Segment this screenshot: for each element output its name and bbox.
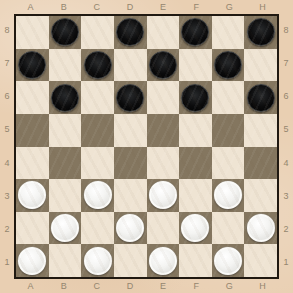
square-d8[interactable] [114,16,147,49]
file-label-bottom-c: C [80,279,113,293]
black-man-h8[interactable] [247,18,275,46]
square-a2[interactable] [16,212,49,245]
rank-label-right-2: 2 [279,213,293,246]
square-d3[interactable] [114,179,147,212]
square-b4[interactable] [49,147,82,180]
square-f5[interactable] [179,114,212,147]
square-e3[interactable] [147,179,180,212]
black-man-d8[interactable] [116,18,144,46]
square-a1[interactable] [16,244,49,277]
black-man-g7[interactable] [214,51,242,79]
square-g4[interactable] [212,147,245,180]
black-man-d6[interactable] [116,84,144,112]
file-labels-bottom: ABCDEFGH [14,279,279,293]
file-label-top-d: D [113,0,146,14]
file-label-top-e: E [147,0,180,14]
rank-label-left-3: 3 [0,180,14,213]
rank-label-left-8: 8 [0,14,14,47]
square-e2[interactable] [147,212,180,245]
rank-labels-right: 87654321 [279,14,293,279]
square-f2[interactable] [179,212,212,245]
square-f8[interactable] [179,16,212,49]
square-h3[interactable] [244,179,277,212]
rank-label-right-1: 1 [279,246,293,279]
square-d7[interactable] [114,49,147,82]
square-b1[interactable] [49,244,82,277]
square-d6[interactable] [114,81,147,114]
rank-label-left-6: 6 [0,80,14,113]
square-h8[interactable] [244,16,277,49]
square-c7[interactable] [81,49,114,82]
white-man-e3[interactable] [149,181,177,209]
rank-label-left-1: 1 [0,246,14,279]
square-e4[interactable] [147,147,180,180]
square-b3[interactable] [49,179,82,212]
file-label-bottom-h: H [246,279,279,293]
white-man-e1[interactable] [149,247,177,275]
file-label-top-b: B [47,0,80,14]
square-a3[interactable] [16,179,49,212]
square-e6[interactable] [147,81,180,114]
square-a5[interactable] [16,114,49,147]
square-a7[interactable] [16,49,49,82]
square-b8[interactable] [49,16,82,49]
rank-label-left-2: 2 [0,213,14,246]
square-d1[interactable] [114,244,147,277]
square-g7[interactable] [212,49,245,82]
board [14,14,279,279]
square-b6[interactable] [49,81,82,114]
file-label-top-a: A [14,0,47,14]
square-b5[interactable] [49,114,82,147]
square-c3[interactable] [81,179,114,212]
square-h1[interactable] [244,244,277,277]
file-labels-top: ABCDEFGH [14,0,279,14]
rank-label-right-4: 4 [279,147,293,180]
white-man-a3[interactable] [18,181,46,209]
file-label-bottom-d: D [113,279,146,293]
black-man-c7[interactable] [84,51,112,79]
white-man-h2[interactable] [247,214,275,242]
file-label-top-g: G [213,0,246,14]
square-e7[interactable] [147,49,180,82]
rank-label-right-6: 6 [279,80,293,113]
checkers-app: ABCDEFGH 87654321 87654321 ABCDEFGH [0,0,293,293]
square-f4[interactable] [179,147,212,180]
file-label-bottom-b: B [47,279,80,293]
square-d4[interactable] [114,147,147,180]
square-a4[interactable] [16,147,49,180]
rank-labels-left: 87654321 [0,14,14,279]
rank-label-right-8: 8 [279,14,293,47]
square-h6[interactable] [244,81,277,114]
square-c8[interactable] [81,16,114,49]
file-label-bottom-e: E [147,279,180,293]
square-h5[interactable] [244,114,277,147]
square-a8[interactable] [16,16,49,49]
white-man-a1[interactable] [18,247,46,275]
square-g3[interactable] [212,179,245,212]
square-c2[interactable] [81,212,114,245]
square-b7[interactable] [49,49,82,82]
file-label-top-f: F [180,0,213,14]
black-man-b6[interactable] [51,84,79,112]
square-d2[interactable] [114,212,147,245]
white-man-c3[interactable] [84,181,112,209]
square-h2[interactable] [244,212,277,245]
white-man-g3[interactable] [214,181,242,209]
square-g8[interactable] [212,16,245,49]
square-e5[interactable] [147,114,180,147]
square-c4[interactable] [81,147,114,180]
square-g1[interactable] [212,244,245,277]
square-a6[interactable] [16,81,49,114]
square-h7[interactable] [244,49,277,82]
square-f6[interactable] [179,81,212,114]
white-man-b2[interactable] [51,214,79,242]
square-h4[interactable] [244,147,277,180]
square-f1[interactable] [179,244,212,277]
file-label-bottom-f: F [180,279,213,293]
file-label-bottom-a: A [14,279,47,293]
rank-label-left-7: 7 [0,47,14,80]
rank-label-left-4: 4 [0,147,14,180]
square-b2[interactable] [49,212,82,245]
file-label-top-c: C [80,0,113,14]
white-man-f2[interactable] [181,214,209,242]
black-man-f6[interactable] [181,84,209,112]
file-label-bottom-g: G [213,279,246,293]
black-man-f8[interactable] [181,18,209,46]
black-man-a7[interactable] [18,51,46,79]
rank-label-left-5: 5 [0,113,14,146]
square-g2[interactable] [212,212,245,245]
square-g6[interactable] [212,81,245,114]
square-f7[interactable] [179,49,212,82]
rank-label-right-5: 5 [279,113,293,146]
rank-label-right-7: 7 [279,47,293,80]
white-man-g1[interactable] [214,247,242,275]
square-c6[interactable] [81,81,114,114]
square-e1[interactable] [147,244,180,277]
white-man-c1[interactable] [84,247,112,275]
square-g5[interactable] [212,114,245,147]
square-f3[interactable] [179,179,212,212]
rank-label-right-3: 3 [279,180,293,213]
file-label-top-h: H [246,0,279,14]
black-man-b8[interactable] [51,18,79,46]
black-man-e7[interactable] [149,51,177,79]
square-d5[interactable] [114,114,147,147]
black-man-h6[interactable] [247,84,275,112]
square-c1[interactable] [81,244,114,277]
square-e8[interactable] [147,16,180,49]
square-c5[interactable] [81,114,114,147]
white-man-d2[interactable] [116,214,144,242]
